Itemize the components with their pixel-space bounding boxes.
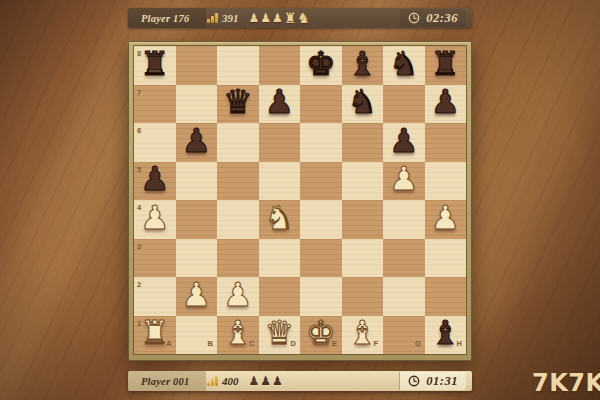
square-e1[interactable]: ♚ [300, 316, 342, 355]
captured-pawn-icon: ♟ [272, 12, 283, 24]
square-h6[interactable] [425, 123, 467, 162]
game-stage: Player 176 391 ♟♟♟♜♞ 02:36 ♜♚♝♞♜♛♟♞♟♟♟♟♟… [0, 0, 600, 400]
piece-white-bishop[interactable]: ♝ [342, 314, 384, 353]
square-a2[interactable] [134, 277, 176, 316]
captured-rook-icon: ♜ [284, 11, 297, 25]
piece-black-knight[interactable]: ♞ [342, 83, 384, 122]
square-c2[interactable]: ♟ [217, 277, 259, 316]
square-e4[interactable] [300, 200, 342, 239]
square-h3[interactable] [425, 239, 467, 278]
player-rating: 400 [222, 375, 239, 387]
piece-black-rook[interactable]: ♜ [425, 44, 467, 83]
square-b5[interactable] [176, 162, 218, 201]
chess-board: ♜♚♝♞♜♛♟♞♟♟♟♟♟♟♞♟♟♟♜♝♛♚♝♝87654321ABCDEFGH [134, 46, 466, 354]
piece-white-rook[interactable]: ♜ [134, 314, 176, 353]
square-f1[interactable]: ♝ [342, 316, 384, 355]
piece-white-queen[interactable]: ♛ [259, 314, 301, 353]
square-h8[interactable]: ♜ [425, 46, 467, 85]
piece-white-knight[interactable]: ♞ [259, 198, 301, 237]
square-e2[interactable] [300, 277, 342, 316]
square-b4[interactable] [176, 200, 218, 239]
square-e3[interactable] [300, 239, 342, 278]
square-h5[interactable] [425, 162, 467, 201]
square-b8[interactable] [176, 46, 218, 85]
square-c6[interactable] [217, 123, 259, 162]
square-d7[interactable]: ♟ [259, 85, 301, 124]
opponent-time: 02:36 [426, 11, 458, 26]
square-g4[interactable] [383, 200, 425, 239]
square-f8[interactable]: ♝ [342, 46, 384, 85]
piece-white-pawn[interactable]: ♟ [383, 160, 425, 199]
clock-icon [408, 375, 420, 387]
opponent-hud: Player 176 391 ♟♟♟♜♞ 02:36 [128, 8, 472, 28]
piece-black-bishop[interactable]: ♝ [425, 314, 467, 353]
site-watermark: 7K7K [532, 369, 600, 397]
captured-pawn-icon: ♟ [249, 375, 260, 387]
square-g1[interactable] [383, 316, 425, 355]
piece-black-pawn[interactable]: ♟ [176, 121, 218, 160]
captured-pawn-icon: ♟ [260, 12, 271, 24]
square-f2[interactable] [342, 277, 384, 316]
player-time: 01:31 [426, 374, 458, 389]
square-d2[interactable] [259, 277, 301, 316]
piece-white-pawn[interactable]: ♟ [176, 275, 218, 314]
player-name: Player 001 [141, 376, 203, 387]
square-b7[interactable] [176, 85, 218, 124]
square-f4[interactable] [342, 200, 384, 239]
square-d3[interactable] [259, 239, 301, 278]
square-d8[interactable] [259, 46, 301, 85]
square-c5[interactable] [217, 162, 259, 201]
square-a3[interactable] [134, 239, 176, 278]
square-g8[interactable]: ♞ [383, 46, 425, 85]
square-d4[interactable]: ♞ [259, 200, 301, 239]
clock-icon [408, 12, 420, 24]
square-g2[interactable] [383, 277, 425, 316]
square-a1[interactable]: ♜ [134, 316, 176, 355]
player-clock: 01:31 [399, 372, 466, 390]
square-b1[interactable] [176, 316, 218, 355]
opponent-clock: 02:36 [400, 9, 466, 27]
piece-white-pawn[interactable]: ♟ [425, 198, 467, 237]
square-g3[interactable] [383, 239, 425, 278]
square-d1[interactable]: ♛ [259, 316, 301, 355]
piece-white-pawn[interactable]: ♟ [217, 275, 259, 314]
square-a5[interactable]: ♟ [134, 162, 176, 201]
square-b6[interactable]: ♟ [176, 123, 218, 162]
piece-black-bishop[interactable]: ♝ [342, 44, 384, 83]
piece-white-bishop[interactable]: ♝ [217, 314, 259, 353]
square-c1[interactable]: ♝ [217, 316, 259, 355]
square-b2[interactable]: ♟ [176, 277, 218, 316]
square-a4[interactable]: ♟ [134, 200, 176, 239]
piece-white-king[interactable]: ♚ [300, 314, 342, 353]
square-h1[interactable]: ♝ [425, 316, 467, 355]
square-f6[interactable] [342, 123, 384, 162]
piece-black-rook[interactable]: ♜ [134, 44, 176, 83]
piece-black-queen[interactable]: ♛ [217, 83, 259, 122]
square-f3[interactable] [342, 239, 384, 278]
piece-black-pawn[interactable]: ♟ [425, 83, 467, 122]
opponent-rating: 391 [222, 12, 239, 24]
rating-bars-icon [207, 376, 218, 386]
square-f5[interactable] [342, 162, 384, 201]
rating-bars-icon [207, 13, 218, 23]
square-f7[interactable]: ♞ [342, 85, 384, 124]
square-a6[interactable] [134, 123, 176, 162]
square-g7[interactable] [383, 85, 425, 124]
square-e6[interactable] [300, 123, 342, 162]
piece-black-pawn[interactable]: ♟ [134, 160, 176, 199]
square-e7[interactable] [300, 85, 342, 124]
captured-pawn-icon: ♟ [260, 375, 271, 387]
square-a7[interactable] [134, 85, 176, 124]
opponent-name: Player 176 [141, 13, 203, 24]
captured-pawn-icon: ♟ [249, 12, 260, 24]
square-e5[interactable] [300, 162, 342, 201]
square-e8[interactable]: ♚ [300, 46, 342, 85]
square-c7[interactable]: ♛ [217, 85, 259, 124]
square-a8[interactable]: ♜ [134, 46, 176, 85]
square-h2[interactable] [425, 277, 467, 316]
square-d5[interactable] [259, 162, 301, 201]
square-h7[interactable]: ♟ [425, 85, 467, 124]
piece-black-pawn[interactable]: ♟ [383, 121, 425, 160]
square-g6[interactable]: ♟ [383, 123, 425, 162]
piece-black-king[interactable]: ♚ [300, 44, 342, 83]
square-b3[interactable] [176, 239, 218, 278]
chess-board-frame: ♜♚♝♞♜♛♟♞♟♟♟♟♟♟♞♟♟♟♜♝♛♚♝♝87654321ABCDEFGH [128, 41, 472, 361]
player-hud: Player 001 400 ♟♟♟ 01:31 [128, 371, 472, 391]
captured-white-tray: ♟♟♟♜♞ [249, 11, 310, 25]
piece-black-knight[interactable]: ♞ [383, 44, 425, 83]
square-g5[interactable]: ♟ [383, 162, 425, 201]
captured-knight-icon: ♞ [297, 11, 310, 25]
square-c3[interactable] [217, 239, 259, 278]
square-h4[interactable]: ♟ [425, 200, 467, 239]
captured-black-tray: ♟♟♟ [249, 375, 283, 387]
piece-black-pawn[interactable]: ♟ [259, 83, 301, 122]
piece-white-pawn[interactable]: ♟ [134, 198, 176, 237]
square-c8[interactable] [217, 46, 259, 85]
captured-pawn-icon: ♟ [272, 375, 283, 387]
square-d6[interactable] [259, 123, 301, 162]
square-c4[interactable] [217, 200, 259, 239]
